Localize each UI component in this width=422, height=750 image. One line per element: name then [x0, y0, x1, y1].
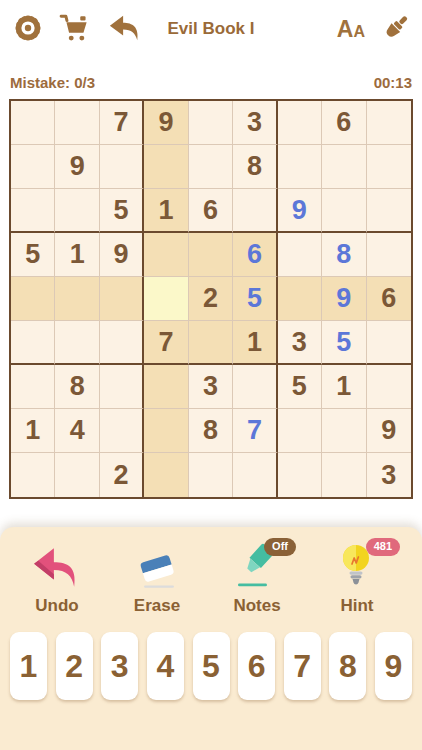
- numpad-6[interactable]: 6: [238, 632, 275, 700]
- cell-r6c5[interactable]: [189, 321, 233, 365]
- cell-r6c1[interactable]: [11, 321, 55, 365]
- cell-r2c3[interactable]: [100, 145, 144, 189]
- undo-label: Undo: [35, 596, 78, 616]
- cell-r5c1[interactable]: [11, 277, 55, 321]
- cell-r1c4[interactable]: 9: [144, 101, 188, 145]
- settings-button[interactable]: [12, 12, 44, 47]
- cell-r1c6[interactable]: 3: [233, 101, 277, 145]
- number-pad: 123456789: [0, 616, 422, 700]
- cell-r9c4[interactable]: [144, 453, 188, 497]
- timer: 00:13: [374, 74, 412, 91]
- cell-r6c8[interactable]: 5: [322, 321, 366, 365]
- cell-r8c2[interactable]: 4: [55, 409, 99, 453]
- cell-r7c6[interactable]: [233, 365, 277, 409]
- sudoku-board: 7936985169519682596713583511487923: [9, 99, 413, 499]
- cell-r8c3[interactable]: [100, 409, 144, 453]
- cell-r3c8[interactable]: [322, 189, 366, 233]
- top-bar: Evil Book I AA: [0, 0, 422, 58]
- notes-button[interactable]: Off Notes: [216, 541, 298, 616]
- numpad-9[interactable]: 9: [375, 632, 412, 700]
- cell-r4c5[interactable]: [189, 233, 233, 277]
- undo-button[interactable]: Undo: [16, 541, 98, 616]
- cell-r7c2[interactable]: 8: [55, 365, 99, 409]
- cell-r3c9[interactable]: [367, 189, 411, 233]
- cell-r4c7[interactable]: [278, 233, 322, 277]
- cell-r8c9[interactable]: 9: [367, 409, 411, 453]
- erase-button[interactable]: Erase: [116, 541, 198, 616]
- notes-label: Notes: [233, 596, 280, 616]
- erase-label: Erase: [134, 596, 180, 616]
- cell-r9c3[interactable]: 2: [100, 453, 144, 497]
- hint-count-badge: 481: [366, 538, 400, 556]
- cell-r2c5[interactable]: [189, 145, 233, 189]
- bottom-panel: Undo Erase: [0, 527, 422, 750]
- cell-r7c9[interactable]: [367, 365, 411, 409]
- cell-r3c4[interactable]: 1: [144, 189, 188, 233]
- cell-r2c9[interactable]: [367, 145, 411, 189]
- cell-r9c8[interactable]: [322, 453, 366, 497]
- cell-r5c2[interactable]: [55, 277, 99, 321]
- cell-r3c7[interactable]: 9: [278, 189, 322, 233]
- cell-r1c5[interactable]: [189, 101, 233, 145]
- cell-r1c7[interactable]: [278, 101, 322, 145]
- cell-r4c3[interactable]: 9: [100, 233, 144, 277]
- shop-button[interactable]: [59, 12, 93, 47]
- cell-r1c9[interactable]: [367, 101, 411, 145]
- cell-r7c5[interactable]: 3: [189, 365, 233, 409]
- cell-r7c4[interactable]: [144, 365, 188, 409]
- cell-r9c5[interactable]: [189, 453, 233, 497]
- numpad-2[interactable]: 2: [56, 632, 93, 700]
- cell-r6c3[interactable]: [100, 321, 144, 365]
- status-bar: Mistake: 0/3 00:13: [0, 74, 422, 91]
- cell-r3c1[interactable]: [11, 189, 55, 233]
- cell-r4c4[interactable]: [144, 233, 188, 277]
- cell-r8c8[interactable]: [322, 409, 366, 453]
- cell-r6c9[interactable]: [367, 321, 411, 365]
- cell-r4c1[interactable]: 5: [11, 233, 55, 277]
- cell-r7c1[interactable]: [11, 365, 55, 409]
- paint-brush-icon: [378, 12, 410, 47]
- cell-r5c8[interactable]: 9: [322, 277, 366, 321]
- cell-r1c8[interactable]: 6: [322, 101, 366, 145]
- cell-r2c7[interactable]: [278, 145, 322, 189]
- cell-r5c3[interactable]: [100, 277, 144, 321]
- cell-r7c8[interactable]: 1: [322, 365, 366, 409]
- cell-r3c2[interactable]: [55, 189, 99, 233]
- gear-icon: [12, 12, 44, 47]
- cell-r5c5[interactable]: 2: [189, 277, 233, 321]
- cart-icon: [59, 12, 93, 47]
- cell-r3c6[interactable]: [233, 189, 277, 233]
- cell-r5c9[interactable]: 6: [367, 277, 411, 321]
- theme-button[interactable]: [378, 12, 410, 47]
- cell-r7c7[interactable]: 5: [278, 365, 322, 409]
- cell-r2c6[interactable]: 8: [233, 145, 277, 189]
- cell-r5c7[interactable]: [278, 277, 322, 321]
- cell-r9c9[interactable]: 3: [367, 453, 411, 497]
- cell-r1c1[interactable]: [11, 101, 55, 145]
- cell-r5c6[interactable]: 5: [233, 277, 277, 321]
- cell-r9c2[interactable]: [55, 453, 99, 497]
- numpad-1[interactable]: 1: [10, 632, 47, 700]
- cell-r2c2[interactable]: 9: [55, 145, 99, 189]
- hint-label: Hint: [340, 596, 373, 616]
- cell-r3c3[interactable]: 5: [100, 189, 144, 233]
- mistake-counter: Mistake: 0/3: [10, 74, 95, 91]
- cell-r4c6[interactable]: 6: [233, 233, 277, 277]
- cell-r6c7[interactable]: 3: [278, 321, 322, 365]
- cell-r4c8[interactable]: 8: [322, 233, 366, 277]
- cell-r1c3[interactable]: 7: [100, 101, 144, 145]
- eraser-icon: [131, 541, 183, 591]
- cell-r2c8[interactable]: [322, 145, 366, 189]
- cell-r9c1[interactable]: [11, 453, 55, 497]
- numpad-3[interactable]: 3: [101, 632, 138, 700]
- cell-r4c9[interactable]: [367, 233, 411, 277]
- numpad-7[interactable]: 7: [284, 632, 321, 700]
- cell-r9c7[interactable]: [278, 453, 322, 497]
- cell-r8c7[interactable]: [278, 409, 322, 453]
- cell-r6c4[interactable]: 7: [144, 321, 188, 365]
- numpad-8[interactable]: 8: [329, 632, 366, 700]
- cell-r4c2[interactable]: 1: [55, 233, 99, 277]
- cell-r8c4[interactable]: [144, 409, 188, 453]
- numpad-5[interactable]: 5: [193, 632, 230, 700]
- numpad-4[interactable]: 4: [147, 632, 184, 700]
- undo-arrow-icon: [31, 541, 83, 591]
- cell-r8c1[interactable]: 1: [11, 409, 55, 453]
- notes-off-badge: Off: [264, 538, 296, 556]
- cell-r5c4[interactable]: [144, 277, 188, 321]
- cell-r8c5[interactable]: 8: [189, 409, 233, 453]
- cell-r1c2[interactable]: [55, 101, 99, 145]
- cell-r2c1[interactable]: [11, 145, 55, 189]
- back-button[interactable]: [108, 14, 142, 45]
- cell-r6c6[interactable]: 1: [233, 321, 277, 365]
- cell-r8c6[interactable]: 7: [233, 409, 277, 453]
- cell-r7c3[interactable]: [100, 365, 144, 409]
- back-arrow-icon: [108, 14, 142, 45]
- hint-button[interactable]: 481 Hint: [316, 541, 398, 616]
- font-size-icon: AA: [337, 18, 365, 41]
- tools-row: Undo Erase: [0, 527, 422, 616]
- cell-r3c5[interactable]: 6: [189, 189, 233, 233]
- cell-r6c2[interactable]: [55, 321, 99, 365]
- cell-r9c6[interactable]: [233, 453, 277, 497]
- cell-r2c4[interactable]: [144, 145, 188, 189]
- font-size-button[interactable]: AA: [337, 18, 365, 41]
